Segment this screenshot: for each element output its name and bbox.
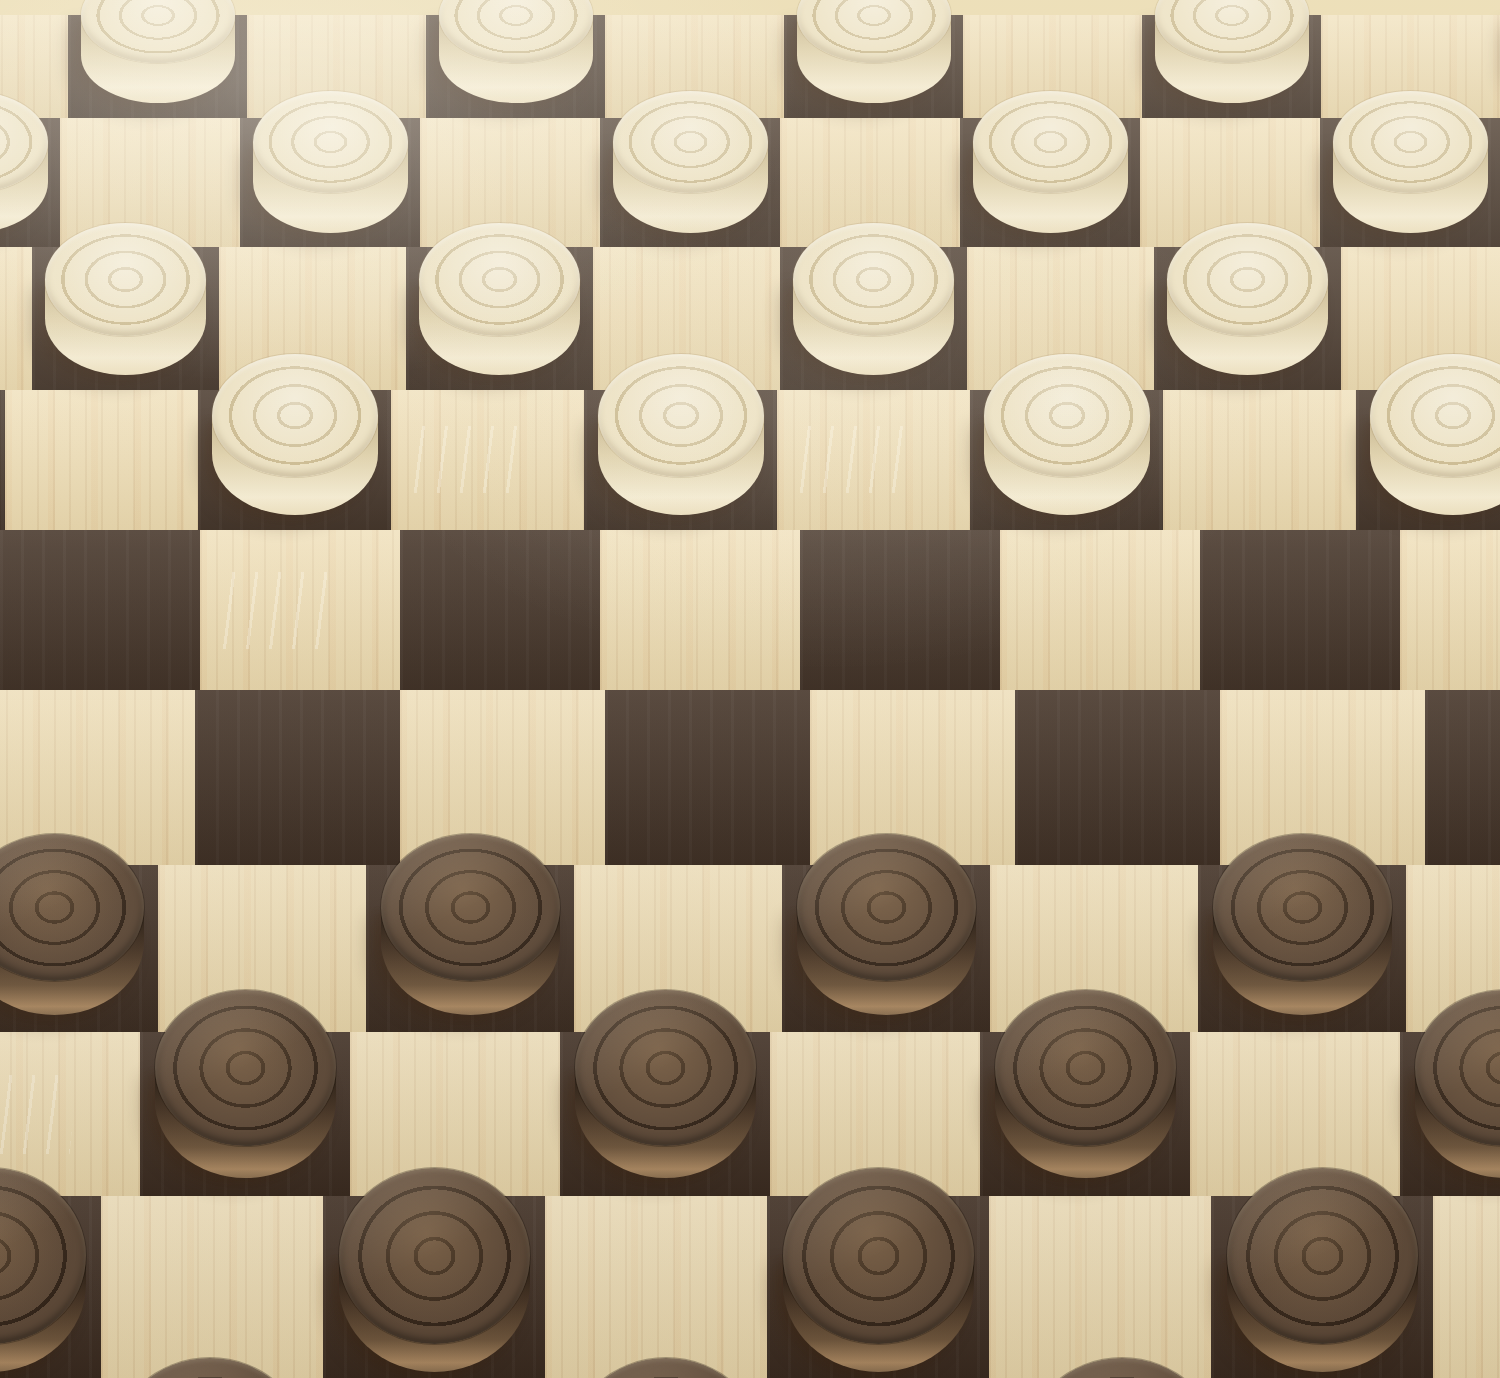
checker-piece-light[interactable] [439, 0, 593, 103]
piece-top-face [1480, 1358, 1500, 1378]
draughts-board-photo [0, 0, 1500, 1378]
checker-piece-dark[interactable] [797, 834, 976, 1015]
piece-top-face [984, 354, 1150, 477]
checker-piece-dark[interactable] [1415, 990, 1500, 1178]
piece-top-face [155, 990, 336, 1146]
checker-piece-dark[interactable] [1024, 1358, 1220, 1378]
checker-piece-light[interactable] [793, 223, 954, 375]
checker-piece-light[interactable] [797, 0, 951, 103]
checker-piece-dark[interactable] [1480, 1358, 1500, 1378]
checker-piece-light[interactable] [1333, 91, 1488, 233]
piece-top-face [253, 91, 408, 193]
piece-top-face [793, 223, 954, 336]
piece-top-face [575, 990, 756, 1146]
piece-top-face [1024, 1358, 1220, 1378]
piece-top-face [783, 1168, 974, 1344]
piece-top-face [1213, 834, 1392, 981]
checker-piece-light[interactable] [212, 354, 378, 515]
checker-piece-light[interactable] [81, 0, 235, 103]
checker-piece-dark[interactable] [155, 990, 336, 1178]
checker-piece-dark[interactable] [1227, 1168, 1418, 1372]
piece-top-face [1167, 223, 1328, 336]
checker-piece-light[interactable] [973, 91, 1128, 233]
piece-top-face [1333, 91, 1488, 193]
pieces-layer [0, 0, 1500, 1378]
checker-piece-light[interactable] [0, 91, 48, 233]
checker-piece-dark[interactable] [568, 1358, 764, 1378]
checker-piece-dark[interactable] [783, 1168, 974, 1372]
piece-top-face [568, 1358, 764, 1378]
checker-piece-light[interactable] [1370, 354, 1500, 515]
piece-top-face [598, 354, 764, 477]
checker-piece-light[interactable] [1155, 0, 1309, 103]
checker-piece-light[interactable] [419, 223, 580, 375]
piece-top-face [339, 1168, 530, 1344]
checker-piece-light[interactable] [598, 354, 764, 515]
checker-piece-dark[interactable] [0, 834, 144, 1015]
checker-piece-dark[interactable] [381, 834, 560, 1015]
checker-piece-light[interactable] [613, 91, 768, 233]
checker-piece-dark[interactable] [575, 990, 756, 1178]
checker-piece-light[interactable] [1167, 223, 1328, 375]
piece-top-face [797, 834, 976, 981]
piece-top-face [419, 223, 580, 336]
piece-top-face [212, 354, 378, 477]
piece-top-face [45, 223, 206, 336]
piece-top-face [381, 834, 560, 981]
piece-top-face [973, 91, 1128, 193]
piece-top-face [613, 91, 768, 193]
checker-piece-dark[interactable] [0, 1168, 86, 1372]
piece-top-face [1227, 1168, 1418, 1344]
piece-top-face [112, 1358, 308, 1378]
checker-piece-dark[interactable] [995, 990, 1176, 1178]
checker-piece-dark[interactable] [1213, 834, 1392, 1015]
checker-piece-light[interactable] [984, 354, 1150, 515]
checker-piece-light[interactable] [253, 91, 408, 233]
checker-piece-dark[interactable] [339, 1168, 530, 1372]
piece-top-face [995, 990, 1176, 1146]
checker-piece-light[interactable] [45, 223, 206, 375]
checker-piece-dark[interactable] [112, 1358, 308, 1378]
